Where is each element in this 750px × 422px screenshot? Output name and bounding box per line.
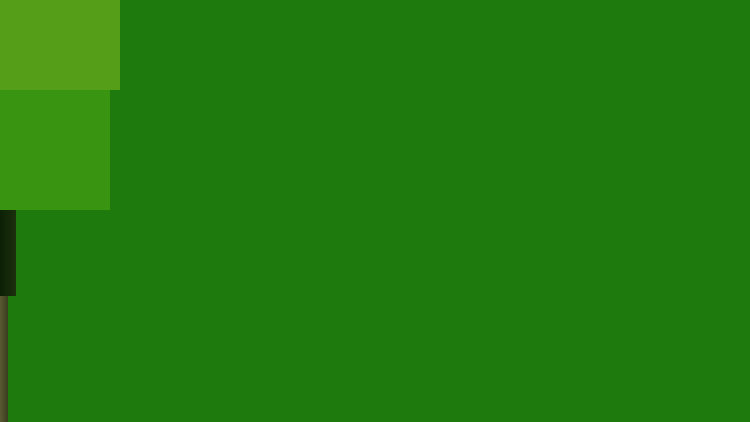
park-background xyxy=(0,0,750,422)
game-screen xyxy=(0,0,750,422)
